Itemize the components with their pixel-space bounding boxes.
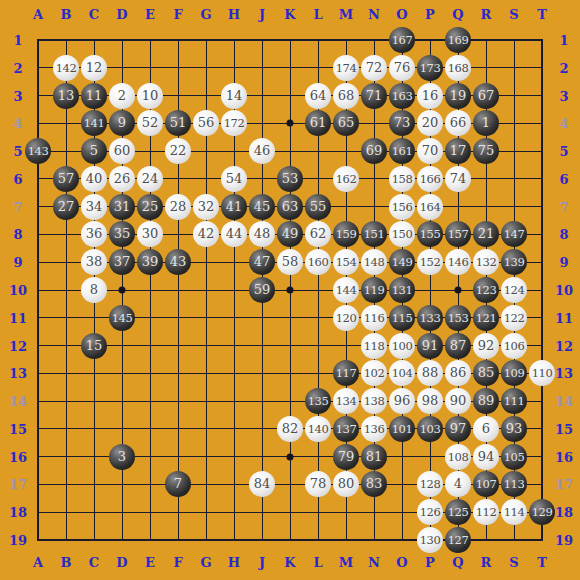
white-stone-P13: 88	[417, 360, 443, 386]
black-stone-C5: 5	[81, 138, 107, 164]
white-stone-S11: 122	[501, 305, 527, 331]
black-stone-C4: 141	[81, 110, 107, 136]
move-number: 110	[532, 360, 552, 386]
move-number: 27	[58, 194, 75, 220]
row-label-left-14: 14	[9, 394, 27, 409]
move-number: 62	[310, 221, 327, 247]
grid-line	[541, 39, 543, 541]
move-number: 103	[420, 416, 440, 442]
row-label-right-12: 12	[555, 338, 573, 353]
black-stone-R3: 67	[473, 83, 499, 109]
move-number: 163	[392, 83, 412, 109]
move-number: 114	[504, 499, 524, 525]
white-stone-R12: 92	[473, 333, 499, 359]
move-number: 173	[420, 55, 440, 81]
move-number: 44	[226, 221, 243, 247]
row-label-left-3: 3	[13, 88, 22, 103]
move-number: 162	[336, 166, 356, 192]
col-label-bottom-S: S	[509, 555, 518, 570]
black-stone-K7: 63	[277, 194, 303, 220]
white-stone-H4: 172	[221, 110, 247, 136]
black-stone-R4: 1	[473, 110, 499, 136]
white-stone-O7: 156	[389, 194, 415, 220]
black-stone-Q3: 19	[445, 83, 471, 109]
white-stone-C2: 12	[81, 55, 107, 81]
move-number: 54	[226, 166, 243, 192]
move-number: 121	[476, 305, 496, 331]
move-number: 20	[422, 110, 439, 136]
move-number: 166	[420, 166, 440, 192]
move-number: 68	[338, 83, 355, 109]
black-stone-R11: 121	[473, 305, 499, 331]
black-stone-S17: 113	[501, 471, 527, 497]
move-number: 13	[58, 83, 75, 109]
white-stone-P7: 164	[417, 194, 443, 220]
black-stone-M16: 79	[333, 444, 359, 470]
move-number: 46	[254, 138, 271, 164]
white-stone-S18: 114	[501, 499, 527, 525]
move-number: 52	[142, 110, 159, 136]
white-stone-E8: 30	[137, 221, 163, 247]
move-number: 108	[448, 444, 468, 470]
black-stone-O3: 163	[389, 83, 415, 109]
black-stone-D4: 9	[109, 110, 135, 136]
white-stone-T13: 110	[529, 360, 555, 386]
move-number: 160	[308, 249, 328, 275]
col-label-bottom-H: H	[228, 555, 240, 570]
move-number: 143	[28, 138, 48, 164]
move-number: 48	[254, 221, 271, 247]
move-number: 14	[226, 83, 243, 109]
move-number: 94	[478, 444, 495, 470]
move-number: 107	[476, 471, 496, 497]
move-number: 101	[392, 416, 412, 442]
move-number: 152	[420, 249, 440, 275]
move-number: 53	[282, 166, 299, 192]
move-number: 154	[336, 249, 356, 275]
black-stone-O4: 73	[389, 110, 415, 136]
move-number: 90	[450, 388, 467, 414]
col-label-top-N: N	[368, 7, 380, 22]
black-stone-Q1: 169	[445, 27, 471, 53]
col-label-bottom-F: F	[173, 555, 182, 570]
row-label-right-9: 9	[559, 255, 568, 270]
black-stone-M8: 159	[333, 221, 359, 247]
white-stone-E6: 24	[137, 166, 163, 192]
move-number: 129	[532, 499, 552, 525]
move-number: 104	[392, 360, 412, 386]
move-number: 98	[422, 388, 439, 414]
move-number: 70	[422, 138, 439, 164]
row-label-right-16: 16	[555, 449, 573, 464]
move-number: 10	[142, 83, 159, 109]
black-stone-D9: 37	[109, 249, 135, 275]
col-label-bottom-M: M	[339, 555, 353, 570]
col-label-top-D: D	[116, 7, 127, 22]
move-number: 87	[450, 333, 467, 359]
move-number: 100	[392, 333, 412, 359]
black-stone-Q8: 157	[445, 221, 471, 247]
move-number: 6	[482, 416, 490, 442]
black-stone-Q15: 97	[445, 416, 471, 442]
move-number: 71	[366, 83, 383, 109]
black-stone-M15: 137	[333, 416, 359, 442]
move-number: 91	[422, 333, 439, 359]
row-label-left-6: 6	[13, 171, 22, 186]
black-stone-N3: 71	[361, 83, 387, 109]
row-label-right-5: 5	[559, 144, 568, 159]
white-stone-D3: 2	[109, 83, 135, 109]
black-stone-N8: 151	[361, 221, 387, 247]
white-stone-G4: 56	[193, 110, 219, 136]
move-number: 69	[366, 138, 383, 164]
row-label-right-11: 11	[555, 310, 573, 325]
move-number: 133	[420, 305, 440, 331]
move-number: 111	[504, 388, 524, 414]
move-number: 169	[448, 27, 468, 53]
row-label-right-13: 13	[555, 366, 573, 381]
move-number: 138	[364, 388, 384, 414]
col-label-top-K: K	[284, 7, 295, 22]
move-number: 167	[392, 27, 412, 53]
col-label-bottom-K: K	[284, 555, 295, 570]
white-stone-H8: 44	[221, 221, 247, 247]
white-stone-M6: 162	[333, 166, 359, 192]
white-stone-H3: 14	[221, 83, 247, 109]
white-stone-S12: 106	[501, 333, 527, 359]
black-stone-S9: 139	[501, 249, 527, 275]
white-stone-F7: 28	[165, 194, 191, 220]
row-label-left-10: 10	[9, 283, 27, 298]
white-stone-Q17: 4	[445, 471, 471, 497]
white-stone-M14: 134	[333, 388, 359, 414]
move-number: 73	[394, 110, 411, 136]
black-stone-T18: 129	[529, 499, 555, 525]
move-number: 74	[450, 166, 467, 192]
col-label-bottom-Q: Q	[452, 555, 463, 570]
move-number: 146	[448, 249, 468, 275]
col-label-bottom-L: L	[313, 555, 322, 570]
black-stone-K6: 53	[277, 166, 303, 192]
row-label-left-2: 2	[13, 60, 22, 75]
black-stone-P15: 103	[417, 416, 443, 442]
move-number: 127	[448, 527, 468, 553]
move-number: 85	[478, 360, 495, 386]
move-number: 8	[90, 277, 98, 303]
move-number: 59	[254, 277, 271, 303]
row-label-left-11: 11	[9, 310, 27, 325]
row-label-right-17: 17	[555, 477, 573, 492]
col-label-top-B: B	[61, 7, 72, 22]
col-label-top-A: A	[33, 7, 43, 22]
col-label-bottom-A: A	[33, 555, 43, 570]
black-stone-D16: 3	[109, 444, 135, 470]
move-number: 83	[366, 471, 383, 497]
black-stone-B7: 27	[53, 194, 79, 220]
move-number: 105	[504, 444, 524, 470]
white-stone-Q4: 66	[445, 110, 471, 136]
black-stone-P8: 155	[417, 221, 443, 247]
white-stone-N15: 136	[361, 416, 387, 442]
white-stone-Q13: 86	[445, 360, 471, 386]
move-number: 30	[142, 221, 159, 247]
move-number: 106	[504, 333, 524, 359]
black-stone-S16: 105	[501, 444, 527, 470]
move-number: 1	[482, 110, 490, 136]
move-number: 148	[364, 249, 384, 275]
row-label-left-1: 1	[13, 33, 22, 48]
white-stone-N13: 102	[361, 360, 387, 386]
col-label-top-O: O	[396, 7, 407, 22]
black-stone-B3: 13	[53, 83, 79, 109]
move-number: 135	[308, 388, 328, 414]
row-label-left-5: 5	[13, 144, 22, 159]
black-stone-F4: 51	[165, 110, 191, 136]
row-label-left-8: 8	[13, 227, 22, 242]
move-number: 161	[392, 138, 412, 164]
move-number: 67	[478, 83, 495, 109]
black-stone-D7: 31	[109, 194, 135, 220]
col-label-top-P: P	[425, 7, 435, 22]
move-number: 174	[336, 55, 356, 81]
black-stone-A5: 143	[25, 138, 51, 164]
move-number: 132	[476, 249, 496, 275]
row-label-left-7: 7	[13, 199, 22, 214]
row-label-right-14: 14	[555, 394, 573, 409]
col-label-bottom-B: B	[61, 555, 72, 570]
white-stone-D5: 60	[109, 138, 135, 164]
col-label-top-G: G	[200, 7, 211, 22]
white-stone-M3: 68	[333, 83, 359, 109]
move-number: 41	[226, 194, 243, 220]
move-number: 64	[310, 83, 327, 109]
white-stone-O2: 76	[389, 55, 415, 81]
col-label-top-C: C	[89, 7, 99, 22]
white-stone-L15: 140	[305, 416, 331, 442]
row-label-left-13: 13	[9, 366, 27, 381]
move-number: 93	[506, 416, 523, 442]
black-stone-O11: 115	[389, 305, 415, 331]
move-number: 151	[364, 221, 384, 247]
white-stone-C8: 36	[81, 221, 107, 247]
move-number: 76	[394, 55, 411, 81]
move-number: 137	[336, 416, 356, 442]
row-label-left-4: 4	[13, 116, 22, 131]
move-number: 86	[450, 360, 467, 386]
move-number: 150	[392, 221, 412, 247]
move-number: 55	[310, 194, 327, 220]
move-number: 136	[364, 416, 384, 442]
move-number: 80	[338, 471, 355, 497]
move-number: 158	[392, 166, 412, 192]
col-label-top-Q: Q	[452, 7, 463, 22]
col-label-bottom-C: C	[89, 555, 99, 570]
white-stone-R15: 6	[473, 416, 499, 442]
move-number: 119	[364, 277, 384, 303]
row-label-right-19: 19	[555, 533, 573, 548]
white-stone-E4: 52	[137, 110, 163, 136]
move-number: 66	[450, 110, 467, 136]
move-number: 88	[422, 360, 439, 386]
move-number: 4	[454, 471, 462, 497]
black-stone-Q12: 87	[445, 333, 471, 359]
move-number: 37	[114, 249, 131, 275]
move-number: 51	[170, 110, 187, 136]
white-stone-C6: 40	[81, 166, 107, 192]
black-stone-J10: 59	[249, 277, 275, 303]
col-label-bottom-G: G	[200, 555, 211, 570]
move-number: 9	[118, 110, 126, 136]
white-stone-P9: 152	[417, 249, 443, 275]
black-stone-F17: 7	[165, 471, 191, 497]
move-number: 32	[198, 194, 215, 220]
move-number: 40	[86, 166, 103, 192]
move-number: 157	[448, 221, 468, 247]
move-number: 3	[118, 444, 126, 470]
col-label-top-H: H	[228, 7, 240, 22]
move-number: 89	[478, 388, 495, 414]
white-stone-J5: 46	[249, 138, 275, 164]
move-number: 122	[504, 305, 524, 331]
row-label-left-9: 9	[13, 255, 22, 270]
move-number: 12	[86, 55, 103, 81]
move-number: 58	[282, 249, 299, 275]
white-stone-B2: 142	[53, 55, 79, 81]
white-stone-Q6: 74	[445, 166, 471, 192]
white-stone-H6: 54	[221, 166, 247, 192]
move-number: 25	[142, 194, 159, 220]
white-stone-O6: 158	[389, 166, 415, 192]
white-stone-M10: 144	[333, 277, 359, 303]
move-number: 60	[114, 138, 131, 164]
move-number: 102	[364, 360, 384, 386]
white-stone-N2: 72	[361, 55, 387, 81]
row-label-right-8: 8	[559, 227, 568, 242]
white-stone-O8: 150	[389, 221, 415, 247]
black-stone-F9: 43	[165, 249, 191, 275]
move-number: 113	[504, 471, 524, 497]
move-number: 7	[174, 471, 182, 497]
row-label-right-1: 1	[559, 33, 568, 48]
white-stone-D6: 26	[109, 166, 135, 192]
col-label-top-S: S	[509, 7, 518, 22]
black-stone-Q18: 125	[445, 499, 471, 525]
row-label-right-18: 18	[555, 505, 573, 520]
row-label-right-10: 10	[555, 283, 573, 298]
white-stone-M11: 120	[333, 305, 359, 331]
move-number: 57	[58, 166, 75, 192]
white-stone-M9: 154	[333, 249, 359, 275]
black-stone-J7: 45	[249, 194, 275, 220]
star-point-K16	[287, 453, 294, 460]
move-number: 31	[114, 194, 131, 220]
move-number: 130	[420, 527, 440, 553]
col-label-bottom-O: O	[396, 555, 407, 570]
move-number: 155	[420, 221, 440, 247]
move-number: 38	[86, 249, 103, 275]
move-number: 131	[392, 277, 412, 303]
move-number: 156	[392, 194, 412, 220]
col-label-bottom-R: R	[481, 555, 492, 570]
go-board-diagram: ABCDEFGHJKLMNOPQRST ABCDEFGHJKLMNOPQRST …	[0, 0, 580, 580]
col-label-bottom-T: T	[537, 555, 547, 570]
move-number: 96	[394, 388, 411, 414]
white-stone-K15: 82	[277, 416, 303, 442]
row-label-right-7: 7	[559, 199, 568, 214]
move-number: 118	[364, 333, 384, 359]
col-label-top-E: E	[145, 7, 155, 22]
move-number: 159	[336, 221, 356, 247]
black-stone-H7: 41	[221, 194, 247, 220]
white-stone-L9: 160	[305, 249, 331, 275]
white-stone-R9: 132	[473, 249, 499, 275]
white-stone-P19: 130	[417, 527, 443, 553]
white-stone-L8: 62	[305, 221, 331, 247]
white-stone-P4: 20	[417, 110, 443, 136]
black-stone-N5: 69	[361, 138, 387, 164]
row-label-left-16: 16	[9, 449, 27, 464]
black-stone-Q5: 17	[445, 138, 471, 164]
black-stone-O9: 149	[389, 249, 415, 275]
col-label-bottom-P: P	[425, 555, 435, 570]
row-label-left-12: 12	[9, 338, 27, 353]
move-number: 81	[366, 444, 383, 470]
black-stone-Q19: 127	[445, 527, 471, 553]
white-stone-P6: 166	[417, 166, 443, 192]
black-stone-D11: 145	[109, 305, 135, 331]
black-stone-S13: 109	[501, 360, 527, 386]
black-stone-R17: 107	[473, 471, 499, 497]
move-number: 19	[450, 83, 467, 109]
white-stone-E3: 10	[137, 83, 163, 109]
move-number: 79	[338, 444, 355, 470]
col-label-top-L: L	[313, 7, 322, 22]
move-number: 47	[254, 249, 271, 275]
move-number: 43	[170, 249, 187, 275]
black-stone-L4: 61	[305, 110, 331, 136]
white-stone-N11: 116	[361, 305, 387, 331]
move-number: 49	[282, 221, 299, 247]
move-number: 153	[448, 305, 468, 331]
move-number: 2	[118, 83, 126, 109]
black-stone-N16: 81	[361, 444, 387, 470]
col-label-bottom-J: J	[259, 555, 265, 570]
move-number: 125	[448, 499, 468, 525]
white-stone-P3: 16	[417, 83, 443, 109]
move-number: 15	[86, 333, 103, 359]
move-number: 92	[478, 333, 495, 359]
row-label-left-15: 15	[9, 421, 27, 436]
col-label-bottom-D: D	[116, 555, 127, 570]
col-label-top-F: F	[173, 7, 182, 22]
move-number: 140	[308, 416, 328, 442]
move-number: 168	[448, 55, 468, 81]
move-number: 35	[114, 221, 131, 247]
move-number: 5	[90, 138, 98, 164]
black-stone-K8: 49	[277, 221, 303, 247]
star-point-D10	[119, 287, 126, 294]
move-number: 172	[224, 110, 244, 136]
star-point-K10	[287, 287, 294, 294]
white-stone-L17: 78	[305, 471, 331, 497]
move-number: 22	[170, 138, 187, 164]
black-stone-O15: 101	[389, 416, 415, 442]
black-stone-Q11: 153	[445, 305, 471, 331]
move-number: 115	[392, 305, 412, 331]
black-stone-S8: 147	[501, 221, 527, 247]
black-stone-O5: 161	[389, 138, 415, 164]
black-stone-J9: 47	[249, 249, 275, 275]
